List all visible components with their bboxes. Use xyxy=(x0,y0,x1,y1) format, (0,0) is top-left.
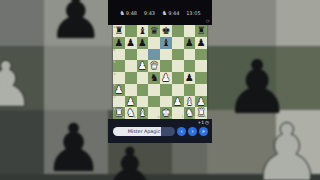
square-e6[interactable] xyxy=(160,49,172,61)
black-pawn[interactable]: ♟ xyxy=(184,72,196,84)
last-button[interactable]: » xyxy=(199,127,208,136)
white-pawn-background-icon: ♟ xyxy=(252,114,320,180)
white-pawn[interactable]: ♟ xyxy=(160,72,172,84)
white-knight[interactable]: ♞ xyxy=(125,107,137,119)
white-bishop[interactable]: ♝ xyxy=(137,107,149,119)
video-frame: ♟♟♟♟♟♟ ♞9:489:43♞9:4413:05⟳ 8♜♝♛♚♜7♟♟♟♝♟… xyxy=(0,0,320,180)
square-b8[interactable] xyxy=(125,25,137,37)
square-a4[interactable]: 4 xyxy=(113,72,125,84)
square-c2[interactable] xyxy=(137,96,149,108)
square-g8[interactable] xyxy=(184,25,196,37)
square-e1[interactable]: e♚ xyxy=(160,107,172,119)
square-h3[interactable] xyxy=(195,84,207,96)
square-d2[interactable] xyxy=(148,96,160,108)
square-e2[interactable] xyxy=(160,96,172,108)
square-h8[interactable]: ♜ xyxy=(195,25,207,37)
clock-item: ♞9:44 xyxy=(162,10,180,16)
square-d4[interactable]: ♞ xyxy=(148,72,160,84)
white-bishop[interactable]: ♝ xyxy=(184,96,196,108)
square-e8[interactable]: ♚ xyxy=(160,25,172,37)
square-f6[interactable] xyxy=(172,49,184,61)
square-g4[interactable]: ♟ xyxy=(184,72,196,84)
square-c6[interactable] xyxy=(137,49,149,61)
white-knight[interactable]: ♞ xyxy=(184,107,196,119)
background-square xyxy=(207,0,276,46)
background-square xyxy=(276,0,320,46)
chess-app: ♞9:489:43♞9:4413:05⟳ 8♜♝♛♚♜7♟♟♟♝♟♟65♟♛4♞… xyxy=(108,0,212,143)
rank-label: 6 xyxy=(114,49,116,52)
black-pawn-background-icon: ♟ xyxy=(44,116,103,180)
square-d8[interactable]: ♛ xyxy=(148,25,160,37)
square-h2[interactable]: ♟ xyxy=(195,96,207,108)
square-f8[interactable] xyxy=(172,25,184,37)
square-f5[interactable] xyxy=(172,60,184,72)
chess-board[interactable]: 8♜♝♛♚♜7♟♟♟♝♟♟65♟♛4♞♟♟3♟2♟♟♝♟1a♜b♞c♝de♚fg… xyxy=(113,25,207,119)
increment-badge: +1 ◷ xyxy=(197,120,209,125)
square-a6[interactable]: 6 xyxy=(113,49,125,61)
square-f1[interactable]: f xyxy=(172,107,184,119)
flip-board-icon[interactable]: ⟳ xyxy=(206,18,210,24)
square-g5[interactable] xyxy=(184,60,196,72)
black-pawn-background-icon: ♟ xyxy=(48,0,104,48)
player-name-pill[interactable]: Mister Apagic xyxy=(113,127,175,136)
rank-label: 2 xyxy=(114,96,116,99)
square-d7[interactable] xyxy=(148,37,160,49)
black-pawn[interactable]: ♟ xyxy=(195,37,207,49)
square-f3[interactable] xyxy=(172,84,184,96)
white-pawn[interactable]: ♟ xyxy=(137,60,149,72)
black-pawn[interactable]: ♟ xyxy=(113,37,125,49)
square-c1[interactable]: c♝ xyxy=(137,107,149,119)
clock-text: 9:48 xyxy=(126,10,137,16)
square-c3[interactable] xyxy=(137,84,149,96)
square-h7[interactable]: ♟ xyxy=(195,37,207,49)
white-pawn[interactable]: ♟ xyxy=(172,96,184,108)
square-h5[interactable] xyxy=(195,60,207,72)
nav-controls: ‹›» xyxy=(177,127,208,136)
clock-text: 9:43 xyxy=(144,10,155,16)
player-name-label: Mister Apagic xyxy=(128,129,161,134)
square-h4[interactable] xyxy=(195,72,207,84)
rank-label: 5 xyxy=(114,61,116,64)
black-pawn[interactable]: ♟ xyxy=(184,37,196,49)
square-e7[interactable]: ♝ xyxy=(160,37,172,49)
knight-icon: ♞ xyxy=(162,10,167,16)
clock-text: 13:05 xyxy=(186,10,200,16)
black-pawn[interactable]: ♟ xyxy=(125,37,137,49)
square-a3[interactable]: 3♟ xyxy=(113,84,125,96)
bottom-panel: +1 ◷ Mister Apagic ‹›» xyxy=(108,119,212,143)
black-king[interactable]: ♚ xyxy=(160,25,172,37)
square-a7[interactable]: 7♟ xyxy=(113,37,125,49)
square-e3[interactable] xyxy=(160,84,172,96)
square-a5[interactable]: 5 xyxy=(113,60,125,72)
clock-item: ♞9:48 xyxy=(119,10,137,16)
background-square xyxy=(44,46,113,110)
square-g3[interactable] xyxy=(184,84,196,96)
square-g2[interactable]: ♝ xyxy=(184,96,196,108)
black-bishop[interactable]: ♝ xyxy=(137,25,149,37)
clock-item: 13:05 xyxy=(186,10,200,16)
black-rook[interactable]: ♜ xyxy=(113,25,125,37)
player-bar: Mister Apagic ‹›» xyxy=(113,127,208,136)
square-f7[interactable] xyxy=(172,37,184,49)
square-c8[interactable]: ♝ xyxy=(137,25,149,37)
white-pawn[interactable]: ♟ xyxy=(125,96,137,108)
square-b4[interactable] xyxy=(125,72,137,84)
black-queen[interactable]: ♛ xyxy=(148,25,160,37)
square-d5[interactable]: ♛ xyxy=(148,60,160,72)
clock-text: 9:44 xyxy=(168,10,179,16)
square-b2[interactable]: ♟ xyxy=(125,96,137,108)
clock-icon: ◷ xyxy=(205,120,209,125)
square-f2[interactable]: ♟ xyxy=(172,96,184,108)
square-b7[interactable]: ♟ xyxy=(125,37,137,49)
top-bar: ♞9:489:43♞9:4413:05⟳ xyxy=(108,0,212,25)
square-c5[interactable]: ♟ xyxy=(137,60,149,72)
square-g6[interactable] xyxy=(184,49,196,61)
white-pawn[interactable]: ♟ xyxy=(195,96,207,108)
black-pawn-background-icon: ♟ xyxy=(104,140,156,180)
square-c4[interactable] xyxy=(137,72,149,84)
background-square xyxy=(0,0,44,46)
square-b1[interactable]: b♞ xyxy=(125,107,137,119)
square-d3[interactable] xyxy=(148,84,160,96)
increment-label: +1 xyxy=(197,120,204,125)
white-queen[interactable]: ♛ xyxy=(148,60,160,72)
clock-item: 9:43 xyxy=(144,10,155,16)
forward-button[interactable]: › xyxy=(188,127,197,136)
square-b6[interactable] xyxy=(125,49,137,61)
square-c7[interactable]: ♟ xyxy=(137,37,149,49)
black-knight[interactable]: ♞ xyxy=(148,72,160,84)
white-pawn[interactable]: ♟ xyxy=(113,84,125,96)
white-king[interactable]: ♚ xyxy=(160,107,172,119)
knight-icon: ♞ xyxy=(119,10,124,16)
white-rook[interactable]: ♜ xyxy=(195,107,207,119)
square-g7[interactable]: ♟ xyxy=(184,37,196,49)
black-pawn[interactable]: ♟ xyxy=(137,37,149,49)
square-f4[interactable] xyxy=(172,72,184,84)
square-e4[interactable]: ♟ xyxy=(160,72,172,84)
square-e5[interactable] xyxy=(160,60,172,72)
rank-label: 4 xyxy=(114,73,116,76)
black-rook[interactable]: ♜ xyxy=(195,25,207,37)
square-d1[interactable]: d xyxy=(148,107,160,119)
square-a2[interactable]: 2 xyxy=(113,96,125,108)
square-a8[interactable]: 8♜ xyxy=(113,25,125,37)
square-a1[interactable]: 1a♜ xyxy=(113,107,125,119)
square-b3[interactable] xyxy=(125,84,137,96)
black-bishop[interactable]: ♝ xyxy=(160,37,172,49)
square-b5[interactable] xyxy=(125,60,137,72)
white-pawn-background-icon: ♟ xyxy=(0,54,34,116)
white-rook[interactable]: ♜ xyxy=(113,107,125,119)
square-d6[interactable] xyxy=(148,49,160,61)
back-button[interactable]: ‹ xyxy=(177,127,186,136)
square-h6[interactable] xyxy=(195,49,207,61)
square-g1[interactable]: g♞ xyxy=(184,107,196,119)
square-h1[interactable]: h♜ xyxy=(195,107,207,119)
